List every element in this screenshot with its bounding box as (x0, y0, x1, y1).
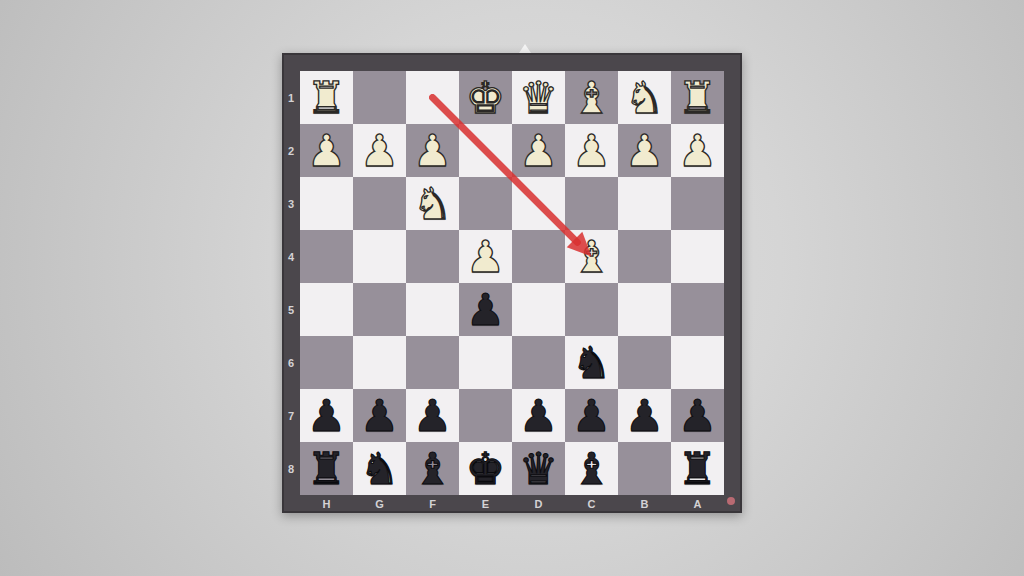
square-e1[interactable]: ♚ (459, 71, 512, 124)
black-pawn[interactable]: ♟ (360, 394, 399, 438)
square-e6[interactable] (459, 336, 512, 389)
square-c3[interactable] (565, 177, 618, 230)
square-f1[interactable] (406, 71, 459, 124)
square-a4[interactable] (671, 230, 724, 283)
file-labels: HGFEDCBA (300, 495, 724, 513)
square-a6[interactable] (671, 336, 724, 389)
square-a8[interactable]: ♜ (671, 442, 724, 495)
black-pawn[interactable]: ♟ (466, 288, 505, 332)
white-bishop[interactable]: ♝ (572, 235, 611, 279)
black-pawn[interactable]: ♟ (519, 394, 558, 438)
square-g2[interactable]: ♟ (353, 124, 406, 177)
square-e7[interactable] (459, 389, 512, 442)
square-b4[interactable] (618, 230, 671, 283)
square-a5[interactable] (671, 283, 724, 336)
rank-label-5: 5 (282, 283, 300, 336)
file-label-h: H (300, 495, 353, 513)
square-h6[interactable] (300, 336, 353, 389)
square-f4[interactable] (406, 230, 459, 283)
square-h2[interactable]: ♟ (300, 124, 353, 177)
square-e8[interactable]: ♚ (459, 442, 512, 495)
square-h3[interactable] (300, 177, 353, 230)
square-f7[interactable]: ♟ (406, 389, 459, 442)
rank-label-4: 4 (282, 230, 300, 283)
black-knight[interactable]: ♞ (572, 341, 611, 385)
square-b7[interactable]: ♟ (618, 389, 671, 442)
white-pawn[interactable]: ♟ (466, 235, 505, 279)
white-knight[interactable]: ♞ (413, 182, 452, 226)
square-e2[interactable] (459, 124, 512, 177)
white-pawn[interactable]: ♟ (413, 129, 452, 173)
square-c1[interactable]: ♝ (565, 71, 618, 124)
black-king[interactable]: ♚ (466, 447, 505, 491)
white-pawn[interactable]: ♟ (307, 129, 346, 173)
square-c5[interactable] (565, 283, 618, 336)
square-g3[interactable] (353, 177, 406, 230)
file-label-f: F (406, 495, 459, 513)
white-rook[interactable]: ♜ (678, 76, 717, 120)
square-g7[interactable]: ♟ (353, 389, 406, 442)
up-triangle-icon (519, 44, 531, 53)
square-b1[interactable]: ♞ (618, 71, 671, 124)
square-b8[interactable] (618, 442, 671, 495)
square-g6[interactable] (353, 336, 406, 389)
rank-label-6: 6 (282, 336, 300, 389)
square-d3[interactable] (512, 177, 565, 230)
chess-board: 12345678 HGFEDCBA ♜♚♛♝♞♜♟♟♟♟♟♟♟♞♟♝♟♞♟♟♟♟… (282, 53, 742, 513)
black-pawn[interactable]: ♟ (413, 394, 452, 438)
white-pawn[interactable]: ♟ (360, 129, 399, 173)
square-h7[interactable]: ♟ (300, 389, 353, 442)
file-label-e: E (459, 495, 512, 513)
square-g8[interactable]: ♞ (353, 442, 406, 495)
square-d8[interactable]: ♛ (512, 442, 565, 495)
square-f2[interactable]: ♟ (406, 124, 459, 177)
square-d4[interactable] (512, 230, 565, 283)
square-c4[interactable]: ♝ (565, 230, 618, 283)
black-pawn[interactable]: ♟ (307, 394, 346, 438)
file-label-g: G (353, 495, 406, 513)
square-h8[interactable]: ♜ (300, 442, 353, 495)
square-c7[interactable]: ♟ (565, 389, 618, 442)
black-pawn[interactable]: ♟ (625, 394, 664, 438)
square-f8[interactable]: ♝ (406, 442, 459, 495)
white-knight[interactable]: ♞ (625, 76, 664, 120)
square-g4[interactable] (353, 230, 406, 283)
rank-label-7: 7 (282, 389, 300, 442)
record-dot (727, 497, 735, 505)
square-g1[interactable] (353, 71, 406, 124)
square-d2[interactable]: ♟ (512, 124, 565, 177)
rank-label-8: 8 (282, 442, 300, 495)
rank-label-2: 2 (282, 124, 300, 177)
white-rook[interactable]: ♜ (307, 76, 346, 120)
black-knight[interactable]: ♞ (360, 447, 399, 491)
square-c2[interactable]: ♟ (565, 124, 618, 177)
square-a2[interactable]: ♟ (671, 124, 724, 177)
square-e5[interactable]: ♟ (459, 283, 512, 336)
square-d7[interactable]: ♟ (512, 389, 565, 442)
square-e4[interactable]: ♟ (459, 230, 512, 283)
white-bishop[interactable]: ♝ (572, 76, 611, 120)
square-d5[interactable] (512, 283, 565, 336)
black-rook[interactable]: ♜ (678, 447, 717, 491)
white-pawn[interactable]: ♟ (519, 129, 558, 173)
square-b3[interactable] (618, 177, 671, 230)
black-pawn[interactable]: ♟ (678, 394, 717, 438)
rank-labels: 12345678 (282, 71, 300, 495)
black-bishop[interactable]: ♝ (572, 447, 611, 491)
square-f3[interactable]: ♞ (406, 177, 459, 230)
file-label-d: D (512, 495, 565, 513)
square-a1[interactable]: ♜ (671, 71, 724, 124)
square-h4[interactable] (300, 230, 353, 283)
rank-label-3: 3 (282, 177, 300, 230)
video-frame: 12345678 HGFEDCBA ♜♚♛♝♞♜♟♟♟♟♟♟♟♞♟♝♟♞♟♟♟♟… (0, 0, 1024, 576)
file-label-b: B (618, 495, 671, 513)
white-queen[interactable]: ♛ (519, 76, 558, 120)
black-queen[interactable]: ♛ (519, 447, 558, 491)
square-a7[interactable]: ♟ (671, 389, 724, 442)
square-d6[interactable] (512, 336, 565, 389)
square-d1[interactable]: ♛ (512, 71, 565, 124)
square-b6[interactable] (618, 336, 671, 389)
chess-board-squares: ♜♚♛♝♞♜♟♟♟♟♟♟♟♞♟♝♟♞♟♟♟♟♟♟♟♜♞♝♚♛♝♜ (300, 71, 724, 495)
square-h5[interactable] (300, 283, 353, 336)
square-c6[interactable]: ♞ (565, 336, 618, 389)
square-b2[interactable]: ♟ (618, 124, 671, 177)
white-pawn[interactable]: ♟ (678, 129, 717, 173)
square-c8[interactable]: ♝ (565, 442, 618, 495)
square-g5[interactable] (353, 283, 406, 336)
square-b5[interactable] (618, 283, 671, 336)
rank-label-1: 1 (282, 71, 300, 124)
square-a3[interactable] (671, 177, 724, 230)
white-pawn[interactable]: ♟ (572, 129, 611, 173)
black-bishop[interactable]: ♝ (413, 447, 452, 491)
square-e3[interactable] (459, 177, 512, 230)
black-rook[interactable]: ♜ (307, 447, 346, 491)
square-h1[interactable]: ♜ (300, 71, 353, 124)
square-f5[interactable] (406, 283, 459, 336)
file-label-a: A (671, 495, 724, 513)
file-label-c: C (565, 495, 618, 513)
white-pawn[interactable]: ♟ (625, 129, 664, 173)
square-f6[interactable] (406, 336, 459, 389)
black-pawn[interactable]: ♟ (572, 394, 611, 438)
white-king[interactable]: ♚ (466, 76, 505, 120)
